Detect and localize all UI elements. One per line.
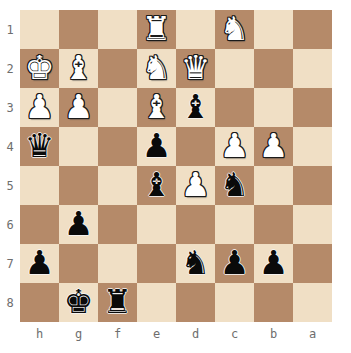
square-b3[interactable] — [254, 88, 293, 127]
piece-black-pawn[interactable]: ♟ — [142, 129, 172, 162]
piece-white-bishop[interactable]: ♝ — [64, 51, 94, 84]
square-d1[interactable] — [176, 10, 215, 49]
piece-black-bishop[interactable]: ♝ — [181, 90, 211, 123]
board-corner-spacer — [0, 322, 20, 353]
file-label-b: b — [254, 322, 293, 353]
square-b2[interactable] — [254, 49, 293, 88]
square-e3[interactable]: ♝ — [137, 88, 176, 127]
square-a7[interactable] — [293, 244, 332, 283]
rank-label-8: 8 — [0, 283, 20, 322]
square-h6[interactable] — [20, 205, 59, 244]
square-c5[interactable]: ♞ — [215, 166, 254, 205]
square-c2[interactable] — [215, 49, 254, 88]
rank-label-7: 7 — [0, 244, 20, 283]
piece-black-queen[interactable]: ♛ — [25, 129, 55, 162]
square-b5[interactable] — [254, 166, 293, 205]
rank-label-5: 5 — [0, 166, 20, 205]
square-f1[interactable] — [98, 10, 137, 49]
square-h5[interactable] — [20, 166, 59, 205]
square-c3[interactable] — [215, 88, 254, 127]
square-h4[interactable]: ♛ — [20, 127, 59, 166]
square-e5[interactable]: ♝ — [137, 166, 176, 205]
square-d5[interactable]: ♟ — [176, 166, 215, 205]
square-c6[interactable] — [215, 205, 254, 244]
piece-white-queen[interactable]: ♛ — [181, 51, 211, 84]
square-g8[interactable]: ♚ — [59, 283, 98, 322]
file-label-c: c — [215, 322, 254, 353]
square-f7[interactable] — [98, 244, 137, 283]
square-e8[interactable] — [137, 283, 176, 322]
square-d2[interactable]: ♛ — [176, 49, 215, 88]
piece-white-knight[interactable]: ♞ — [220, 12, 250, 45]
piece-black-pawn[interactable]: ♟ — [259, 246, 289, 279]
square-b4[interactable]: ♟ — [254, 127, 293, 166]
square-f5[interactable] — [98, 166, 137, 205]
square-c7[interactable]: ♟ — [215, 244, 254, 283]
square-b8[interactable] — [254, 283, 293, 322]
square-b7[interactable]: ♟ — [254, 244, 293, 283]
rank-label-2: 2 — [0, 49, 20, 88]
piece-black-king[interactable]: ♚ — [64, 285, 94, 318]
square-d3[interactable]: ♝ — [176, 88, 215, 127]
square-f8[interactable]: ♜ — [98, 283, 137, 322]
rank-label-6: 6 — [0, 205, 20, 244]
square-a3[interactable] — [293, 88, 332, 127]
piece-white-pawn[interactable]: ♟ — [64, 90, 94, 123]
file-label-g: g — [59, 322, 98, 353]
square-e6[interactable] — [137, 205, 176, 244]
square-g6[interactable]: ♟ — [59, 205, 98, 244]
chess-board: 1♜♞2♚♝♞♛3♟♟♝♝4♛♟♟♟5♝♟♞6♟7♟♞♟♟8♚♜hgfedcba — [0, 10, 351, 353]
piece-white-pawn[interactable]: ♟ — [220, 129, 250, 162]
square-e2[interactable]: ♞ — [137, 49, 176, 88]
square-g7[interactable] — [59, 244, 98, 283]
square-a5[interactable] — [293, 166, 332, 205]
square-b1[interactable] — [254, 10, 293, 49]
piece-black-pawn[interactable]: ♟ — [220, 246, 250, 279]
square-f2[interactable] — [98, 49, 137, 88]
square-e7[interactable] — [137, 244, 176, 283]
square-c4[interactable]: ♟ — [215, 127, 254, 166]
square-g1[interactable] — [59, 10, 98, 49]
square-c8[interactable] — [215, 283, 254, 322]
square-h1[interactable] — [20, 10, 59, 49]
square-g2[interactable]: ♝ — [59, 49, 98, 88]
piece-black-knight[interactable]: ♞ — [220, 168, 250, 201]
square-a8[interactable] — [293, 283, 332, 322]
square-a2[interactable] — [293, 49, 332, 88]
square-g5[interactable] — [59, 166, 98, 205]
square-a4[interactable] — [293, 127, 332, 166]
square-h8[interactable] — [20, 283, 59, 322]
piece-white-king[interactable]: ♚ — [25, 51, 55, 84]
piece-white-bishop[interactable]: ♝ — [142, 90, 172, 123]
square-b6[interactable] — [254, 205, 293, 244]
file-label-f: f — [98, 322, 137, 353]
square-g4[interactable] — [59, 127, 98, 166]
piece-white-pawn[interactable]: ♟ — [181, 168, 211, 201]
piece-black-rook[interactable]: ♜ — [103, 285, 133, 318]
piece-white-pawn[interactable]: ♟ — [259, 129, 289, 162]
rank-label-1: 1 — [0, 10, 20, 49]
piece-white-knight[interactable]: ♞ — [142, 51, 172, 84]
piece-black-bishop[interactable]: ♝ — [142, 168, 172, 201]
square-a6[interactable] — [293, 205, 332, 244]
piece-white-rook[interactable]: ♜ — [142, 12, 172, 45]
piece-white-pawn[interactable]: ♟ — [25, 90, 55, 123]
square-d8[interactable] — [176, 283, 215, 322]
square-e1[interactable]: ♜ — [137, 10, 176, 49]
piece-black-pawn[interactable]: ♟ — [25, 246, 55, 279]
square-g3[interactable]: ♟ — [59, 88, 98, 127]
square-c1[interactable]: ♞ — [215, 10, 254, 49]
square-h7[interactable]: ♟ — [20, 244, 59, 283]
piece-black-knight[interactable]: ♞ — [181, 246, 211, 279]
square-a1[interactable] — [293, 10, 332, 49]
file-label-e: e — [137, 322, 176, 353]
rank-label-4: 4 — [0, 127, 20, 166]
square-f4[interactable] — [98, 127, 137, 166]
square-d7[interactable]: ♞ — [176, 244, 215, 283]
rank-label-3: 3 — [0, 88, 20, 127]
square-d4[interactable] — [176, 127, 215, 166]
square-f6[interactable] — [98, 205, 137, 244]
square-f3[interactable] — [98, 88, 137, 127]
file-label-h: h — [20, 322, 59, 353]
file-label-d: d — [176, 322, 215, 353]
file-label-a: a — [293, 322, 332, 353]
square-d6[interactable] — [176, 205, 215, 244]
square-e4[interactable]: ♟ — [137, 127, 176, 166]
piece-black-pawn[interactable]: ♟ — [64, 207, 94, 240]
square-h3[interactable]: ♟ — [20, 88, 59, 127]
square-h2[interactable]: ♚ — [20, 49, 59, 88]
